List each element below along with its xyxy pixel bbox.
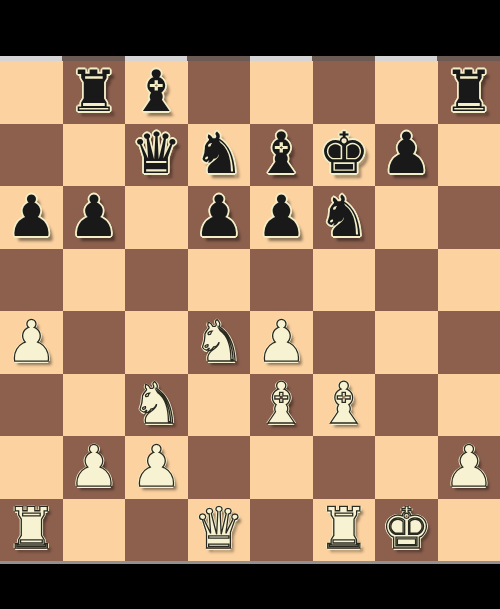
square-h6[interactable] — [438, 186, 500, 249]
square-a4[interactable]: ♟ — [0, 311, 63, 374]
square-b4[interactable] — [63, 311, 126, 374]
square-d2[interactable] — [188, 436, 251, 499]
square-a7[interactable] — [0, 124, 63, 187]
letterbox-bottom — [0, 564, 500, 609]
square-d3[interactable] — [188, 374, 251, 437]
white-rook[interactable]: ♜ — [6, 500, 57, 557]
square-h3[interactable] — [438, 374, 500, 437]
black-king[interactable]: ♚ — [318, 125, 369, 182]
white-pawn[interactable]: ♟ — [256, 313, 307, 370]
square-e7[interactable]: ♝ — [250, 124, 313, 187]
white-king[interactable]: ♚ — [381, 500, 432, 557]
black-knight[interactable]: ♞ — [193, 125, 244, 182]
black-pawn[interactable]: ♟ — [193, 188, 244, 245]
square-g6[interactable] — [375, 186, 438, 249]
square-d8[interactable] — [188, 61, 251, 124]
square-d6[interactable]: ♟ — [188, 186, 251, 249]
square-a5[interactable] — [0, 249, 63, 312]
square-c3[interactable]: ♞ — [125, 374, 188, 437]
white-knight[interactable]: ♞ — [131, 375, 182, 432]
square-f8[interactable] — [313, 61, 376, 124]
square-h2[interactable]: ♟ — [438, 436, 500, 499]
square-h1[interactable] — [438, 499, 500, 562]
square-g8[interactable] — [375, 61, 438, 124]
white-bishop[interactable]: ♝ — [256, 375, 307, 432]
white-pawn[interactable]: ♟ — [443, 438, 494, 495]
screen: { "game": "chess", "position": { "fen": … — [0, 0, 500, 609]
black-pawn[interactable]: ♟ — [256, 188, 307, 245]
square-h7[interactable] — [438, 124, 500, 187]
black-bishop[interactable]: ♝ — [256, 125, 307, 182]
square-e6[interactable]: ♟ — [250, 186, 313, 249]
black-pawn[interactable]: ♟ — [6, 188, 57, 245]
square-b6[interactable]: ♟ — [63, 186, 126, 249]
square-e3[interactable]: ♝ — [250, 374, 313, 437]
letterbox-top — [0, 0, 500, 56]
square-e8[interactable] — [250, 61, 313, 124]
square-b8[interactable]: ♜ — [63, 61, 126, 124]
square-a2[interactable] — [0, 436, 63, 499]
square-b1[interactable] — [63, 499, 126, 562]
square-g2[interactable] — [375, 436, 438, 499]
black-rook[interactable]: ♜ — [443, 63, 494, 120]
square-f2[interactable] — [313, 436, 376, 499]
black-queen[interactable]: ♛ — [131, 125, 182, 182]
square-d4[interactable]: ♞ — [188, 311, 251, 374]
white-pawn[interactable]: ♟ — [6, 313, 57, 370]
square-g3[interactable] — [375, 374, 438, 437]
square-h5[interactable] — [438, 249, 500, 312]
square-c6[interactable] — [125, 186, 188, 249]
square-b7[interactable] — [63, 124, 126, 187]
square-g4[interactable] — [375, 311, 438, 374]
white-pawn[interactable]: ♟ — [68, 438, 119, 495]
square-g5[interactable] — [375, 249, 438, 312]
square-e4[interactable]: ♟ — [250, 311, 313, 374]
square-c5[interactable] — [125, 249, 188, 312]
square-f4[interactable] — [313, 311, 376, 374]
square-a8[interactable] — [0, 61, 63, 124]
square-d5[interactable] — [188, 249, 251, 312]
square-f7[interactable]: ♚ — [313, 124, 376, 187]
black-pawn[interactable]: ♟ — [68, 188, 119, 245]
square-e1[interactable] — [250, 499, 313, 562]
square-c2[interactable]: ♟ — [125, 436, 188, 499]
square-f1[interactable]: ♜ — [313, 499, 376, 562]
black-bishop[interactable]: ♝ — [131, 63, 182, 120]
white-pawn[interactable]: ♟ — [131, 438, 182, 495]
square-a3[interactable] — [0, 374, 63, 437]
square-c8[interactable]: ♝ — [125, 61, 188, 124]
square-d7[interactable]: ♞ — [188, 124, 251, 187]
white-rook[interactable]: ♜ — [318, 500, 369, 557]
square-b3[interactable] — [63, 374, 126, 437]
square-c7[interactable]: ♛ — [125, 124, 188, 187]
square-c1[interactable] — [125, 499, 188, 562]
white-knight[interactable]: ♞ — [193, 313, 244, 370]
white-bishop[interactable]: ♝ — [318, 375, 369, 432]
square-c4[interactable] — [125, 311, 188, 374]
square-a1[interactable]: ♜ — [0, 499, 63, 562]
square-h4[interactable] — [438, 311, 500, 374]
chess-board: ♜♝♜♛♞♝♚♟♟♟♟♟♞♟♞♟♞♝♝♟♟♟♜♛♜♚ — [0, 61, 500, 561]
square-g1[interactable]: ♚ — [375, 499, 438, 562]
white-queen[interactable]: ♛ — [193, 500, 244, 557]
square-g7[interactable]: ♟ — [375, 124, 438, 187]
square-f3[interactable]: ♝ — [313, 374, 376, 437]
square-f5[interactable] — [313, 249, 376, 312]
black-pawn[interactable]: ♟ — [381, 125, 432, 182]
square-d1[interactable]: ♛ — [188, 499, 251, 562]
black-rook[interactable]: ♜ — [68, 63, 119, 120]
square-e5[interactable] — [250, 249, 313, 312]
square-f6[interactable]: ♞ — [313, 186, 376, 249]
square-h8[interactable]: ♜ — [438, 61, 500, 124]
square-b5[interactable] — [63, 249, 126, 312]
square-e2[interactable] — [250, 436, 313, 499]
black-knight[interactable]: ♞ — [318, 188, 369, 245]
square-b2[interactable]: ♟ — [63, 436, 126, 499]
square-a6[interactable]: ♟ — [0, 186, 63, 249]
